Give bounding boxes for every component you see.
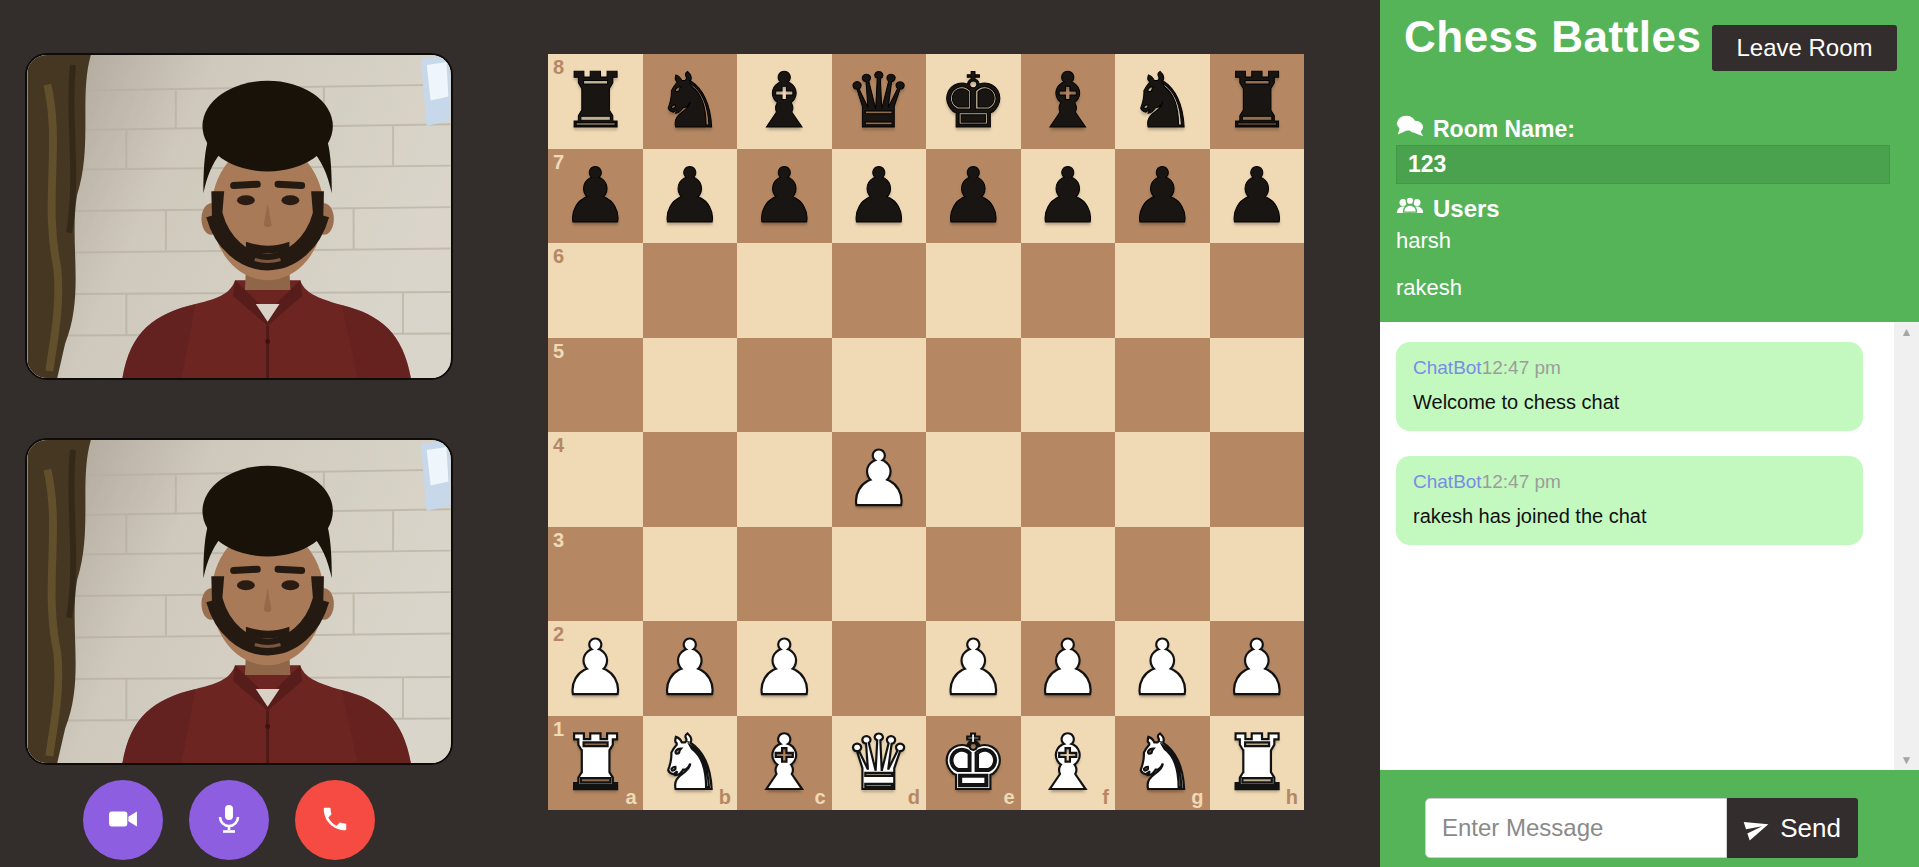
- white-pawn-h2[interactable]: ♟: [1223, 630, 1291, 706]
- paper-plane-icon: [1741, 812, 1774, 845]
- square-f5[interactable]: [1021, 338, 1116, 433]
- users-row: Users: [1396, 194, 1500, 224]
- square-c2[interactable]: ♟: [737, 621, 832, 716]
- black-pawn-b7[interactable]: ♟: [656, 158, 724, 234]
- square-d6[interactable]: [832, 243, 927, 338]
- square-g6[interactable]: [1115, 243, 1210, 338]
- microphone-icon: [214, 804, 244, 837]
- square-f1[interactable]: f♝: [1021, 716, 1116, 811]
- square-e4[interactable]: [926, 432, 1021, 527]
- white-pawn-a2[interactable]: ♟: [561, 630, 629, 706]
- video-camera-icon: [108, 804, 138, 837]
- square-d2[interactable]: [832, 621, 927, 716]
- square-g7[interactable]: ♟: [1115, 149, 1210, 244]
- square-h1[interactable]: h♜: [1210, 716, 1305, 811]
- camera-toggle-button[interactable]: [83, 780, 163, 860]
- white-knight-b1[interactable]: ♞: [656, 725, 724, 801]
- square-e3[interactable]: [926, 527, 1021, 622]
- rank-label-8: 8: [553, 56, 564, 79]
- webcam-video-remote: [25, 53, 453, 380]
- square-a6[interactable]: 6: [548, 243, 643, 338]
- room-name-row: Room Name:: [1396, 114, 1575, 144]
- black-knight-g8[interactable]: ♞: [1128, 63, 1196, 139]
- square-d8[interactable]: ♛: [832, 54, 927, 149]
- rank-label-1: 1: [553, 718, 564, 741]
- black-rook-a8[interactable]: ♜: [561, 63, 629, 139]
- rank-label-2: 2: [553, 623, 564, 646]
- chat-text: Welcome to chess chat: [1413, 391, 1846, 414]
- black-bishop-c8[interactable]: ♝: [750, 63, 818, 139]
- black-knight-b8[interactable]: ♞: [656, 63, 724, 139]
- square-b8[interactable]: ♞: [643, 54, 738, 149]
- square-e6[interactable]: [926, 243, 1021, 338]
- white-king-e1[interactable]: ♚: [939, 725, 1007, 801]
- square-a5[interactable]: 5: [548, 338, 643, 433]
- chat-timestamp: 12:47 pm: [1482, 357, 1561, 378]
- white-pawn-g2[interactable]: ♟: [1128, 630, 1196, 706]
- square-c4[interactable]: [737, 432, 832, 527]
- chat-sender: ChatBot: [1413, 471, 1482, 492]
- black-pawn-e7[interactable]: ♟: [939, 158, 1007, 234]
- chat-timestamp: 12:47 pm: [1482, 471, 1561, 492]
- square-g8[interactable]: ♞: [1115, 54, 1210, 149]
- webcam-video-local: [25, 438, 453, 765]
- send-button[interactable]: Send: [1727, 798, 1858, 858]
- square-b7[interactable]: ♟: [643, 149, 738, 244]
- square-d3[interactable]: [832, 527, 927, 622]
- white-bishop-f1[interactable]: ♝: [1034, 725, 1102, 801]
- square-c7[interactable]: ♟: [737, 149, 832, 244]
- square-h7[interactable]: ♟: [1210, 149, 1305, 244]
- webcam-person-image: [27, 55, 451, 378]
- leave-room-button[interactable]: Leave Room: [1712, 25, 1897, 71]
- user-item-harsh: harsh: [1396, 228, 1462, 254]
- white-pawn-e2[interactable]: ♟: [939, 630, 1007, 706]
- white-pawn-d4[interactable]: ♟: [845, 441, 913, 517]
- users-label: Users: [1433, 195, 1500, 223]
- square-f6[interactable]: [1021, 243, 1116, 338]
- square-b3[interactable]: [643, 527, 738, 622]
- square-e5[interactable]: [926, 338, 1021, 433]
- square-g5[interactable]: [1115, 338, 1210, 433]
- users-list: harshrakesh: [1396, 228, 1462, 322]
- rank-label-4: 4: [553, 434, 564, 457]
- file-label-e: e: [1003, 786, 1014, 809]
- call-controls: [83, 780, 375, 860]
- square-a7[interactable]: 7♟: [548, 149, 643, 244]
- user-item-rakesh: rakesh: [1396, 275, 1462, 301]
- square-f2[interactable]: ♟: [1021, 621, 1116, 716]
- message-input[interactable]: [1425, 798, 1727, 858]
- square-b2[interactable]: ♟: [643, 621, 738, 716]
- chat-scrollbar[interactable]: ▲ ▼: [1894, 322, 1919, 770]
- square-c6[interactable]: [737, 243, 832, 338]
- chat-sender: ChatBot: [1413, 357, 1482, 378]
- scroll-up-arrow-icon[interactable]: ▲: [1901, 326, 1913, 338]
- black-pawn-f7[interactable]: ♟: [1034, 158, 1102, 234]
- square-d5[interactable]: [832, 338, 927, 433]
- white-pawn-b2[interactable]: ♟: [656, 630, 724, 706]
- chat-bubbles-icon: [1396, 114, 1424, 144]
- square-b5[interactable]: [643, 338, 738, 433]
- black-queen-d8[interactable]: ♛: [845, 63, 913, 139]
- chat-area: ChatBot12:47 pmWelcome to chess chatChat…: [1380, 322, 1919, 770]
- square-h6[interactable]: [1210, 243, 1305, 338]
- square-g1[interactable]: g♞: [1115, 716, 1210, 811]
- send-label: Send: [1780, 813, 1841, 844]
- black-bishop-f8[interactable]: ♝: [1034, 63, 1102, 139]
- black-rook-h8[interactable]: ♜: [1223, 63, 1291, 139]
- square-e7[interactable]: ♟: [926, 149, 1021, 244]
- square-f8[interactable]: ♝: [1021, 54, 1116, 149]
- square-b4[interactable]: [643, 432, 738, 527]
- white-rook-a1[interactable]: ♜: [561, 725, 629, 801]
- hangup-call-button[interactable]: [295, 780, 375, 860]
- white-rook-h1[interactable]: ♜: [1223, 725, 1291, 801]
- rank-label-3: 3: [553, 529, 564, 552]
- black-pawn-a7[interactable]: ♟: [561, 158, 629, 234]
- square-f7[interactable]: ♟: [1021, 149, 1116, 244]
- rank-label-5: 5: [553, 340, 564, 363]
- file-label-g: g: [1191, 786, 1203, 809]
- square-g2[interactable]: ♟: [1115, 621, 1210, 716]
- black-pawn-c7[interactable]: ♟: [750, 158, 818, 234]
- square-f4[interactable]: [1021, 432, 1116, 527]
- room-name-value: 123: [1396, 145, 1890, 184]
- file-label-d: d: [908, 786, 920, 809]
- chat-message-meta: ChatBot12:47 pm: [1413, 471, 1846, 493]
- white-queen-d1[interactable]: ♛: [845, 725, 913, 801]
- black-pawn-g7[interactable]: ♟: [1128, 158, 1196, 234]
- square-c3[interactable]: [737, 527, 832, 622]
- square-a1[interactable]: 1a♜: [548, 716, 643, 811]
- room-name-label: Room Name:: [1433, 116, 1575, 143]
- square-h5[interactable]: [1210, 338, 1305, 433]
- users-icon: [1396, 194, 1424, 224]
- square-h4[interactable]: [1210, 432, 1305, 527]
- chat-messages: ChatBot12:47 pmWelcome to chess chatChat…: [1380, 322, 1895, 770]
- chat-message-1: ChatBot12:47 pmrakesh has joined the cha…: [1396, 456, 1863, 545]
- white-pawn-c2[interactable]: ♟: [750, 630, 818, 706]
- scroll-down-arrow-icon[interactable]: ▼: [1901, 754, 1913, 766]
- file-label-f: f: [1102, 786, 1109, 809]
- room-panel: Chess Battles Leave Room Room Name: 123 …: [1380, 0, 1919, 867]
- file-label-a: a: [625, 786, 636, 809]
- square-g4[interactable]: [1115, 432, 1210, 527]
- black-pawn-d7[interactable]: ♟: [845, 158, 913, 234]
- square-a4[interactable]: 4: [548, 432, 643, 527]
- square-a3[interactable]: 3: [548, 527, 643, 622]
- white-knight-g1[interactable]: ♞: [1128, 725, 1196, 801]
- square-c1[interactable]: c♝: [737, 716, 832, 811]
- square-b1[interactable]: b♞: [643, 716, 738, 811]
- app-title: Chess Battles: [1404, 12, 1702, 62]
- square-h8[interactable]: ♜: [1210, 54, 1305, 149]
- square-d1[interactable]: d♛: [832, 716, 927, 811]
- white-bishop-c1[interactable]: ♝: [750, 725, 818, 801]
- rank-label-7: 7: [553, 151, 564, 174]
- square-a8[interactable]: 8♜: [548, 54, 643, 149]
- square-a2[interactable]: 2♟: [548, 621, 643, 716]
- file-label-c: c: [814, 786, 825, 809]
- chat-message-0: ChatBot12:47 pmWelcome to chess chat: [1396, 342, 1863, 431]
- square-c5[interactable]: [737, 338, 832, 433]
- square-e8[interactable]: ♚: [926, 54, 1021, 149]
- square-h3[interactable]: [1210, 527, 1305, 622]
- rank-label-6: 6: [553, 245, 564, 268]
- square-e1[interactable]: e♚: [926, 716, 1021, 811]
- file-label-h: h: [1286, 786, 1298, 809]
- black-pawn-h7[interactable]: ♟: [1223, 158, 1291, 234]
- message-compose-bar: Send: [1380, 770, 1919, 867]
- square-g3[interactable]: [1115, 527, 1210, 622]
- chat-message-meta: ChatBot12:47 pm: [1413, 357, 1846, 379]
- microphone-toggle-button[interactable]: [189, 780, 269, 860]
- webcam-person-image: [27, 440, 451, 763]
- black-king-e8[interactable]: ♚: [939, 63, 1007, 139]
- square-c8[interactable]: ♝: [737, 54, 832, 149]
- white-pawn-f2[interactable]: ♟: [1034, 630, 1102, 706]
- square-d7[interactable]: ♟: [832, 149, 927, 244]
- phone-icon: [320, 804, 350, 837]
- square-h2[interactable]: ♟: [1210, 621, 1305, 716]
- square-e2[interactable]: ♟: [926, 621, 1021, 716]
- file-label-b: b: [719, 786, 731, 809]
- square-d4[interactable]: ♟: [832, 432, 927, 527]
- chess-board[interactable]: 8♜♞♝♛♚♝♞♜7♟♟♟♟♟♟♟♟654♟32♟♟♟♟♟♟♟1a♜b♞c♝d♛…: [548, 54, 1304, 810]
- chat-text: rakesh has joined the chat: [1413, 505, 1846, 528]
- square-b6[interactable]: [643, 243, 738, 338]
- square-f3[interactable]: [1021, 527, 1116, 622]
